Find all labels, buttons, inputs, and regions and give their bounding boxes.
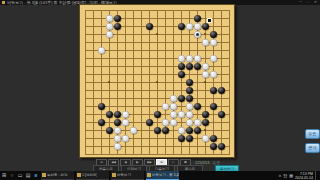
hoshi-point [204,129,206,131]
start-button-icon[interactable]: ⊞ [0,171,8,180]
taskbar-apps: 녹화중 - 화면1.[변화도]바둑보기바둑보기 - 第 3譜 [40,171,180,180]
white-stone-M8 [170,95,177,102]
white-stone-D17 [106,23,113,30]
taskbar-clock[interactable]: 7:13 PM 2024-05-14 [295,172,313,180]
black-stone-K6 [154,111,161,118]
board-grid[interactable] [85,10,230,155]
edge-browser-icon[interactable]: e [32,171,40,180]
black-stone-D6 [106,111,113,118]
side-button-analysis[interactable]: 분석 [305,143,320,153]
black-stone-R3 [210,135,217,142]
black-stone-O12 [186,63,193,70]
black-stone-R7 [210,103,217,110]
white-stone-F6 [122,111,129,118]
taskbar-app-icon [112,173,116,177]
white-stone-Q15 [202,39,209,46]
taskbar-app-icon [147,173,151,177]
window-controls[interactable]: ─ □ ✕ [300,0,319,5]
move-counter-label: 수순 [212,160,220,165]
black-stone-E17 [114,23,121,30]
tray-ime-indicator[interactable]: 한 [283,173,287,178]
clock-date: 2024-05-14 [295,176,313,180]
white-stone-O13 [186,55,193,62]
hoshi-point [204,81,206,83]
move-counter: 125/253 [195,160,209,165]
hoshi-point [204,33,206,35]
taskbar-app-label: 1.[변화도] [82,173,97,177]
stone-placement-cursor [208,19,211,22]
taskbar-app-label: 녹화중 - 화면 [47,173,68,177]
black-stone-N17 [178,23,185,30]
tray-caret-icon[interactable]: ∧ [278,173,281,178]
black-stone-N12 [178,63,185,70]
last-move-marker [196,33,199,36]
white-stone-F3 [122,135,129,142]
app-icon [2,1,5,4]
white-stone-M7 [170,103,177,110]
white-stone-R13 [210,55,217,62]
go-board[interactable] [79,4,235,158]
black-stone-O3 [186,135,193,142]
system-tray: ∧ 한 ▦ 7:13 PM 2024-05-14 [278,171,320,180]
black-stone-O9 [186,87,193,94]
white-stone-O7 [186,103,193,110]
taskbar-app-3[interactable]: 바둑보기 - 第 3譜 [146,171,179,180]
white-stone-E4 [114,127,121,134]
white-stone-D18 [106,15,113,22]
black-stone-R9 [210,87,217,94]
black-stone-K4 [154,127,161,134]
show-desktop-button[interactable] [315,171,318,180]
black-stone-C5 [98,119,105,126]
file-explorer-icon[interactable]: ▤ [24,171,32,180]
white-stone-Q11 [202,71,209,78]
black-stone-D4 [106,127,113,134]
taskbar: ⊞ ○ ▭ ▤ e 녹화중 - 화면1.[변화도]바둑보기바둑보기 - 第 3譜… [0,171,320,180]
black-stone-P12 [194,63,201,70]
black-stone-L4 [162,127,169,134]
taskbar-app-icon [77,173,81,177]
black-stone-J17 [146,23,153,30]
black-stone-E5 [114,119,121,126]
black-stone-E18 [114,15,121,22]
white-stone-L5 [162,119,169,126]
white-stone-M5 [170,119,177,126]
black-stone-P18 [194,15,201,22]
white-stone-E3 [114,135,121,142]
search-icon[interactable]: ○ [8,171,16,180]
white-stone-R15 [210,39,217,46]
white-stone-P17 [194,23,201,30]
task-view-icon[interactable]: ▭ [16,171,24,180]
black-stone-E6 [114,111,121,118]
black-stone-S2 [218,143,225,150]
taskbar-app-2[interactable]: 바둑보기 [111,171,144,180]
taskbar-app-label: 바둑보기 - 第 3譜 [152,173,179,177]
white-stone-R11 [210,71,217,78]
black-stone-R2 [210,143,217,150]
black-stone-O10 [186,79,193,86]
white-stone-M6 [170,111,177,118]
hoshi-point [156,81,158,83]
black-stone-S9 [218,87,225,94]
hoshi-point [156,33,158,35]
white-stone-D16 [106,31,113,38]
black-stone-N8 [178,95,185,102]
black-stone-J5 [146,119,153,126]
black-stone-N11 [178,71,185,78]
taskbar-app-icon [42,173,46,177]
black-stone-O8 [186,95,193,102]
app-screen: 바둑보기 - 第 3譜 (141手) 黑 不計勝 [변화도] - [1/3] -… [0,0,320,180]
white-stone-Q3 [202,135,209,142]
tray-network-icon[interactable]: ▦ [289,173,293,178]
black-stone-S6 [218,111,225,118]
white-stone-Q12 [202,63,209,70]
white-stone-N13 [178,55,185,62]
white-stone-L7 [162,103,169,110]
black-stone-Q5 [202,119,209,126]
taskbar-app-1[interactable]: 1.[변화도] [76,171,109,180]
white-stone-F5 [122,119,129,126]
black-stone-C7 [98,103,105,110]
white-stone-G4 [130,127,137,134]
black-stone-N3 [178,135,185,142]
white-stone-O5 [186,119,193,126]
white-stone-P13 [194,55,201,62]
side-button-moves[interactable]: 수순 [305,129,320,139]
taskbar-app-0[interactable]: 녹화중 - 화면 [41,171,74,180]
white-stone-P5 [194,119,201,126]
white-stone-O17 [186,23,193,30]
black-stone-O4 [186,127,193,134]
white-stone-C14 [98,47,105,54]
white-stone-E2 [114,143,121,150]
black-stone-R16 [210,31,217,38]
hoshi-point [108,81,110,83]
black-stone-Q17 [202,23,209,30]
black-stone-Q6 [202,111,209,118]
taskbar-app-label: 바둑보기 [117,173,131,177]
white-stone-O6 [186,111,193,118]
white-stone-P16 [194,31,201,38]
white-stone-N6 [178,111,185,118]
white-stone-N4 [178,127,185,134]
black-stone-P7 [194,103,201,110]
black-stone-P4 [194,127,201,134]
